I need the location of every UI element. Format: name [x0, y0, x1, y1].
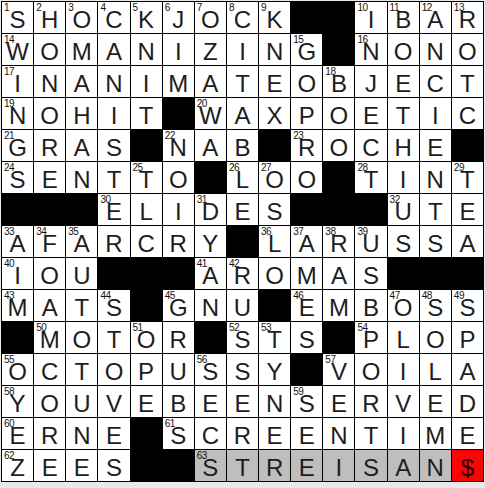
cell-r4c7[interactable]: 20W [195, 98, 226, 129]
cell-letter: A [195, 263, 226, 289]
cell-r10c14[interactable]: 48S [420, 290, 451, 321]
cell-r13c2[interactable]: O [34, 386, 65, 417]
cell-r7c9[interactable]: S [259, 194, 290, 225]
cell-r7c5[interactable]: L [131, 194, 162, 225]
cell-r15c5 [131, 450, 162, 481]
cell-r10c12[interactable]: B [355, 290, 386, 321]
cell-letter: N [163, 135, 194, 161]
cell-r12c12[interactable]: O [355, 354, 386, 385]
cell-r6c5[interactable]: 25T [131, 162, 162, 193]
cell-r7c4[interactable]: 30E [98, 194, 129, 225]
cell-letter: O [388, 39, 419, 65]
cell-letter: F [34, 231, 65, 257]
cell-r15c13[interactable]: A [388, 450, 419, 481]
cell-r5c6[interactable]: 22N [163, 130, 194, 161]
cell-r1c2[interactable]: 2H [34, 2, 65, 33]
cell-r6c1[interactable]: 24S [2, 162, 33, 193]
cell-r9c7[interactable]: 41A [195, 258, 226, 289]
cell-r6c13[interactable]: I [388, 162, 419, 193]
cell-letter: M [2, 295, 33, 321]
cell-letter: G [291, 39, 322, 65]
cell-letter: O [355, 359, 386, 385]
cell-r15c15[interactable]: $ [452, 450, 483, 481]
cell-letter: A [323, 263, 354, 289]
cell-r8c1[interactable]: 33A [2, 226, 33, 257]
cell-r11c5[interactable]: 51O [131, 322, 162, 353]
cell-r12c5[interactable]: P [131, 354, 162, 385]
cell-r13c6[interactable]: B [163, 386, 194, 417]
cell-letter: B [323, 71, 354, 97]
cell-r14c4[interactable]: E [98, 418, 129, 449]
cell-r4c14[interactable]: I [420, 98, 451, 129]
cell-letter: S [2, 167, 33, 193]
cell-letter: L [227, 167, 258, 193]
cell-r4c15[interactable]: C [452, 98, 483, 129]
cell-r5c10[interactable]: 23R [291, 130, 322, 161]
cell-letter: T [131, 167, 162, 193]
cell-r13c13[interactable]: V [388, 386, 419, 417]
cell-r1c15[interactable]: 13R [452, 2, 483, 33]
cell-r7c13[interactable]: 32U [388, 194, 419, 225]
cell-r13c5[interactable]: E [131, 386, 162, 417]
cell-letter: N [195, 295, 226, 321]
cell-r11c10[interactable]: S [291, 322, 322, 353]
cell-r15c6 [163, 450, 194, 481]
cell-r1c13[interactable]: 11B [388, 2, 419, 33]
cell-r1c11 [323, 2, 354, 33]
cell-r15c11[interactable]: I [323, 450, 354, 481]
cell-letter: O [66, 7, 97, 33]
cell-letter: S [98, 455, 129, 481]
cell-r10c3[interactable]: T [66, 290, 97, 321]
cell-r15c4[interactable]: S [98, 450, 129, 481]
cell-letter: C [34, 359, 65, 385]
cell-r8c2[interactable]: 34F [34, 226, 65, 257]
cell-r12c13[interactable]: I [388, 354, 419, 385]
cell-r3c15[interactable]: T [452, 66, 483, 97]
cell-letter: S [98, 295, 129, 321]
cell-r6c4[interactable]: T [98, 162, 129, 193]
cell-r2c8[interactable]: I [227, 34, 258, 65]
cell-r11c9[interactable]: 53T [259, 322, 290, 353]
cell-letter: R [227, 423, 258, 449]
cell-r2c3[interactable]: M [66, 34, 97, 65]
cell-r2c7[interactable]: Z [195, 34, 226, 65]
cell-letter: U [163, 359, 194, 385]
cell-r11c3[interactable]: O [66, 322, 97, 353]
cell-r6c12[interactable]: 28T [355, 162, 386, 193]
cell-letter: O [323, 103, 354, 129]
cell-r8c13[interactable]: S [388, 226, 419, 257]
cell-r11c14[interactable]: O [420, 322, 451, 353]
cell-r2c4[interactable]: A [98, 34, 129, 65]
cell-r9c3[interactable]: U [66, 258, 97, 289]
cell-r13c1[interactable]: 58Y [2, 386, 33, 417]
cell-r8c12[interactable]: 39U [355, 226, 386, 257]
cell-r9c14 [420, 258, 451, 289]
cell-r3c13[interactable]: E [388, 66, 419, 97]
cell-r13c10[interactable]: 59S [291, 386, 322, 417]
cell-r2c14[interactable]: N [420, 34, 451, 65]
cell-r6c10[interactable]: O [291, 162, 322, 193]
cell-r9c11[interactable]: A [323, 258, 354, 289]
cell-r14c12[interactable]: T [355, 418, 386, 449]
cell-r5c4[interactable]: S [98, 130, 129, 161]
cell-r7c6[interactable]: I [163, 194, 194, 225]
cell-letter: E [34, 455, 65, 481]
cell-letter: E [452, 423, 483, 449]
cell-letter: E [323, 391, 354, 417]
cell-r2c13[interactable]: O [388, 34, 419, 65]
cell-letter: C [98, 7, 129, 33]
cell-letter: T [131, 103, 162, 129]
cell-r8c5[interactable]: C [131, 226, 162, 257]
cell-r6c6[interactable]: O [163, 162, 194, 193]
cell-r7c14[interactable]: T [420, 194, 451, 225]
cell-r4c3[interactable]: H [66, 98, 97, 129]
cell-r5c13[interactable]: H [388, 130, 419, 161]
cell-r1c12[interactable]: 10I [355, 2, 386, 33]
cell-letter: I [388, 423, 419, 449]
cell-letter: L [420, 359, 451, 385]
cell-r2c12[interactable]: 16N [355, 34, 386, 65]
cell-r11c2[interactable]: 50M [34, 322, 65, 353]
cell-r9c1[interactable]: 40I [2, 258, 33, 289]
cell-r6c2[interactable]: E [34, 162, 65, 193]
cell-letter: O [195, 7, 226, 33]
cell-r10c1[interactable]: 43M [2, 290, 33, 321]
cell-r12c1[interactable]: 55O [2, 354, 33, 385]
cell-r12c7[interactable]: 56S [195, 354, 226, 385]
cell-r15c14[interactable]: N [420, 450, 451, 481]
cell-r2c1[interactable]: 14W [2, 34, 33, 65]
cell-r4c9[interactable]: X [259, 98, 290, 129]
cell-letter: Z [2, 455, 33, 481]
cell-r5c1[interactable]: 21G [2, 130, 33, 161]
cell-r7c15[interactable]: E [452, 194, 483, 225]
cell-r6c8[interactable]: 26L [227, 162, 258, 193]
cell-r9c15 [452, 258, 483, 289]
cell-r10c13[interactable]: 47O [388, 290, 419, 321]
cell-letter: S [291, 327, 322, 353]
cell-letter: V [98, 391, 129, 417]
cell-r8c7[interactable]: Y [195, 226, 226, 257]
cell-r8c9[interactable]: 36L [259, 226, 290, 257]
cell-r8c3[interactable]: 35A [66, 226, 97, 257]
cell-r11c8[interactable]: 52S [227, 322, 258, 353]
cell-r15c10[interactable]: E [291, 450, 322, 481]
cell-r11c12[interactable]: 54P [355, 322, 386, 353]
cell-letter: E [420, 391, 451, 417]
cell-letter: E [195, 391, 226, 417]
cell-r8c10[interactable]: 37A [291, 226, 322, 257]
cell-letter: S [452, 295, 483, 321]
cell-r4c2[interactable]: O [34, 98, 65, 129]
cell-r6c15[interactable]: 29T [452, 162, 483, 193]
cell-r12c4[interactable]: O [98, 354, 129, 385]
cell-letter: N [259, 391, 290, 417]
cell-r13c15[interactable]: D [452, 386, 483, 417]
cell-r1c4[interactable]: 4C [98, 2, 129, 33]
cell-r3c1[interactable]: 17I [2, 66, 33, 97]
cell-r14c10[interactable]: E [291, 418, 322, 449]
cell-r3c5[interactable]: I [131, 66, 162, 97]
cell-r5c12[interactable]: C [355, 130, 386, 161]
cell-r6c11 [323, 162, 354, 193]
cell-r4c5[interactable]: T [131, 98, 162, 129]
cell-r1c1[interactable]: 1S [2, 2, 33, 33]
cell-r13c8[interactable]: E [227, 386, 258, 417]
cell-r13c9[interactable]: N [259, 386, 290, 417]
cell-letter: T [259, 327, 290, 353]
cell-r15c8[interactable]: T [227, 450, 258, 481]
cell-r10c11[interactable]: M [323, 290, 354, 321]
cell-r15c7[interactable]: 63S [195, 450, 226, 481]
cell-r5c14[interactable]: E [420, 130, 451, 161]
cell-r13c14[interactable]: E [420, 386, 451, 417]
cell-r3c4[interactable]: N [98, 66, 129, 97]
cell-r7c10 [291, 194, 322, 225]
cell-letter: I [355, 7, 386, 33]
cell-letter: M [323, 295, 354, 321]
cell-letter: M [34, 327, 65, 353]
cell-r1c9[interactable]: 9K [259, 2, 290, 33]
cell-letter: E [291, 423, 322, 449]
cell-r1c5[interactable]: 5K [131, 2, 162, 33]
cell-r6c14[interactable]: N [420, 162, 451, 193]
cell-r3c7[interactable]: A [195, 66, 226, 97]
cell-r11c6[interactable]: R [163, 322, 194, 353]
cell-r3c3[interactable]: A [66, 66, 97, 97]
cell-r12c2[interactable]: C [34, 354, 65, 385]
cell-r13c7[interactable]: E [195, 386, 226, 417]
cell-letter: C [355, 135, 386, 161]
cell-letter: T [98, 327, 129, 353]
cell-letter: E [259, 423, 290, 449]
cell-letter: R [452, 7, 483, 33]
cell-r9c5 [131, 258, 162, 289]
cell-r14c8[interactable]: R [227, 418, 258, 449]
cell-r3c9[interactable]: E [259, 66, 290, 97]
cell-r12c3[interactable]: T [66, 354, 97, 385]
cell-letter: S [227, 327, 258, 353]
cell-r11c15[interactable]: P [452, 322, 483, 353]
cell-r5c8[interactable]: B [227, 130, 258, 161]
cell-letter: S [388, 231, 419, 257]
cell-r15c2[interactable]: E [34, 450, 65, 481]
cell-r14c1[interactable]: 60E [2, 418, 33, 449]
cell-r10c7[interactable]: N [195, 290, 226, 321]
cell-r10c8[interactable]: U [227, 290, 258, 321]
cell-r1c7[interactable]: 7O [195, 2, 226, 33]
cell-r14c6[interactable]: 61S [163, 418, 194, 449]
cell-r3c12[interactable]: J [355, 66, 386, 97]
cell-letter: H [34, 7, 65, 33]
cell-r2c6[interactable]: I [163, 34, 194, 65]
cell-r14c2[interactable]: R [34, 418, 65, 449]
cell-r9c8[interactable]: 42R [227, 258, 258, 289]
cell-r8c4[interactable]: R [98, 226, 129, 257]
cell-letter: T [66, 295, 97, 321]
cell-r3c8[interactable]: T [227, 66, 258, 97]
cell-r4c1[interactable]: 19N [2, 98, 33, 129]
cell-r3c10[interactable]: O [291, 66, 322, 97]
cell-letter: E [98, 423, 129, 449]
cell-letter: S [259, 199, 290, 225]
cell-letter: C [420, 71, 451, 97]
cell-r3c11[interactable]: 18B [323, 66, 354, 97]
cell-r9c12[interactable]: S [355, 258, 386, 289]
cell-r5c2[interactable]: R [34, 130, 65, 161]
cell-r14c7[interactable]: C [195, 418, 226, 449]
cell-letter: N [323, 423, 354, 449]
cell-r4c11[interactable]: O [323, 98, 354, 129]
cell-r14c13[interactable]: I [388, 418, 419, 449]
cell-r12c14[interactable]: L [420, 354, 451, 385]
cell-r14c9[interactable]: E [259, 418, 290, 449]
cell-r2c2[interactable]: O [34, 34, 65, 65]
cell-r5c3[interactable]: A [66, 130, 97, 161]
cell-letter: N [420, 455, 451, 481]
cell-r1c14[interactable]: 12A [420, 2, 451, 33]
cell-r1c3[interactable]: 3O [66, 2, 97, 33]
cell-letter: I [2, 263, 33, 289]
cell-r7c2 [34, 194, 65, 225]
cell-r12c9[interactable]: Y [259, 354, 290, 385]
cell-letter: T [452, 71, 483, 97]
cell-r8c11[interactable]: 38R [323, 226, 354, 257]
cell-letter: E [291, 455, 322, 481]
cell-r8c8 [227, 226, 258, 257]
cell-r5c7[interactable]: A [195, 130, 226, 161]
cell-r3c6[interactable]: M [163, 66, 194, 97]
cell-r9c9[interactable]: O [259, 258, 290, 289]
cell-letter: R [355, 391, 386, 417]
cell-letter: T [388, 103, 419, 129]
cell-r15c3[interactable]: E [66, 450, 97, 481]
cell-letter: O [259, 263, 290, 289]
cell-r1c6[interactable]: 6J [163, 2, 194, 33]
cell-letter: U [355, 231, 386, 257]
cell-letter: E [227, 391, 258, 417]
cell-r9c2[interactable]: O [34, 258, 65, 289]
cell-r12c6[interactable]: U [163, 354, 194, 385]
cell-letter: A [452, 231, 483, 257]
cell-r12c8[interactable]: S [227, 354, 258, 385]
cell-letter: I [131, 71, 162, 97]
cell-r4c10[interactable]: P [291, 98, 322, 129]
cell-letter: I [98, 103, 129, 129]
cell-letter: B [163, 391, 194, 417]
cell-letter: C [131, 231, 162, 257]
cell-r10c4[interactable]: 44S [98, 290, 129, 321]
cell-r10c2[interactable]: A [34, 290, 65, 321]
cell-r13c11[interactable]: E [323, 386, 354, 417]
cell-letter: V [323, 359, 354, 385]
cell-letter: T [66, 359, 97, 385]
cell-r14c3[interactable]: N [66, 418, 97, 449]
cell-r5c11[interactable]: O [323, 130, 354, 161]
cell-r15c9[interactable]: R [259, 450, 290, 481]
cell-r4c6 [163, 98, 194, 129]
cell-letter: O [34, 391, 65, 417]
cell-r1c8[interactable]: 8C [227, 2, 258, 33]
cell-r4c4[interactable]: I [98, 98, 129, 129]
cell-r14c15[interactable]: E [452, 418, 483, 449]
cell-letter: I [323, 455, 354, 481]
cell-letter: S [355, 263, 386, 289]
cell-r10c6[interactable]: 45G [163, 290, 194, 321]
cell-r9c10[interactable]: M [291, 258, 322, 289]
cell-letter: O [98, 359, 129, 385]
cell-letter: W [195, 103, 226, 129]
cell-letter: W [2, 39, 33, 65]
cell-r14c11[interactable]: N [323, 418, 354, 449]
cell-r15c1[interactable]: 62Z [2, 450, 33, 481]
cell-r10c10[interactable]: 46E [291, 290, 322, 321]
cell-r7c7[interactable]: 31D [195, 194, 226, 225]
cell-r10c15[interactable]: 49S [452, 290, 483, 321]
cell-r8c15[interactable]: A [452, 226, 483, 257]
cell-letter: U [66, 391, 97, 417]
cell-r12c11[interactable]: 57V [323, 354, 354, 385]
cell-letter: T [98, 167, 129, 193]
cell-letter: P [355, 327, 386, 353]
cell-r6c3[interactable]: N [66, 162, 97, 193]
cell-r12c15[interactable]: A [452, 354, 483, 385]
cell-r2c10[interactable]: 15G [291, 34, 322, 65]
cell-r7c8[interactable]: E [227, 194, 258, 225]
cell-r2c5[interactable]: N [131, 34, 162, 65]
cell-r11c13[interactable]: L [388, 322, 419, 353]
cell-r9c6 [163, 258, 194, 289]
cell-letter: M [291, 263, 322, 289]
cell-letter: U [227, 295, 258, 321]
cell-r8c14[interactable]: S [420, 226, 451, 257]
cell-r3c2[interactable]: N [34, 66, 65, 97]
cell-r4c12[interactable]: E [355, 98, 386, 129]
cell-letter: O [388, 295, 419, 321]
cell-r9c4 [98, 258, 129, 289]
cell-letter: L [131, 199, 162, 225]
cell-letter: $ [452, 455, 483, 481]
cell-r14c14[interactable]: M [420, 418, 451, 449]
cell-letter: A [66, 135, 97, 161]
cell-r13c3[interactable]: U [66, 386, 97, 417]
cell-r15c12[interactable]: S [355, 450, 386, 481]
cell-letter: U [66, 263, 97, 289]
cell-r6c9[interactable]: 27O [259, 162, 290, 193]
cell-r11c4[interactable]: T [98, 322, 129, 353]
cell-r3c14[interactable]: C [420, 66, 451, 97]
cell-letter: B [388, 7, 419, 33]
cell-r2c15[interactable]: O [452, 34, 483, 65]
cell-r10c9 [259, 290, 290, 321]
cell-r4c8[interactable]: A [227, 98, 258, 129]
cell-r8c6[interactable]: R [163, 226, 194, 257]
cell-letter: T [452, 167, 483, 193]
cell-letter: H [388, 135, 419, 161]
cell-letter: S [98, 135, 129, 161]
cell-letter: A [420, 7, 451, 33]
cell-r4c13[interactable]: T [388, 98, 419, 129]
cell-r2c9[interactable]: N [259, 34, 290, 65]
cell-r13c12[interactable]: R [355, 386, 386, 417]
cell-letter: T [420, 199, 451, 225]
cell-letter: E [388, 71, 419, 97]
cell-r13c4[interactable]: V [98, 386, 129, 417]
cell-letter: N [131, 39, 162, 65]
